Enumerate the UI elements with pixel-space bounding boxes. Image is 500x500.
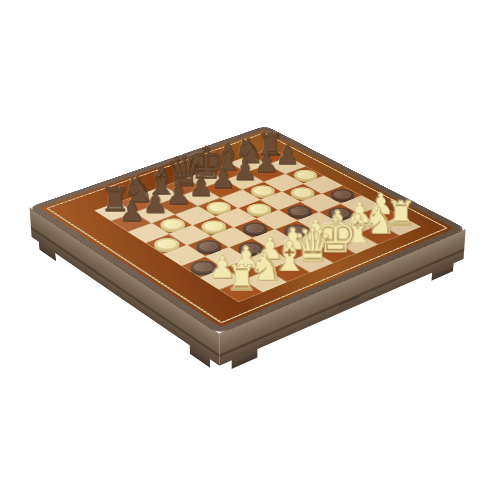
checker-disc-side [201,201,234,217]
square-h5[interactable] [303,176,342,194]
piece-dark-pawn[interactable]: ♟ [118,197,144,226]
scene: ♜♞♝♛♚♝♞♜♟♟♟♟♟♟♟♟♟♟♟♟♟♟♟♟♜♞♝♛♚♝♞♜ [0,0,500,500]
piece-dark-pawn[interactable]: ♟ [188,173,213,201]
square-b5[interactable] [169,225,210,245]
checker-cream-disc[interactable] [149,236,184,253]
checker-cream-disc[interactable] [285,185,318,200]
square-a1[interactable]: ♜ [219,280,263,302]
case-top-face: ♜♞♝♛♚♝♞♜♟♟♟♟♟♟♟♟♟♟♟♟♟♟♟♟♜♞♝♛♚♝♞♜ [30,126,466,333]
checker-disc-top [149,236,184,253]
piece-cream-rook[interactable]: ♜ [224,259,257,296]
square-c5[interactable] [193,217,234,236]
case-foot [232,349,258,369]
square-a6[interactable] [128,223,169,243]
checker-disc-top [155,216,189,232]
chess-set-case: ♜♞♝♛♚♝♞♜♟♟♟♟♟♟♟♟♟♟♟♟♟♟♟♟♜♞♝♛♚♝♞♜ [30,126,466,333]
square-a7[interactable]: ♟ [111,213,152,232]
case-foot [431,263,453,280]
piece-dark-pawn[interactable]: ♟ [165,181,191,210]
piece-dark-pawn[interactable]: ♟ [142,189,168,218]
square-a5[interactable] [145,234,187,254]
board-wood-frame: ♜♞♝♛♚♝♞♜♟♟♟♟♟♟♟♟♟♟♟♟♟♟♟♟♜♞♝♛♚♝♞♜ [41,130,455,326]
checker-disc-top [242,201,275,217]
product-photo: ♜♞♝♛♚♝♞♜♟♟♟♟♟♟♟♟♟♟♟♟♟♟♟♟♜♞♝♛♚♝♞♜ [0,0,500,500]
checker-disc-side [155,218,189,234]
square-a4[interactable] [163,245,205,266]
piece-dark-pawn[interactable]: ♟ [210,165,235,193]
square-b6[interactable] [152,215,193,234]
checker-cream-disc[interactable] [242,201,275,217]
checker-cream-disc[interactable] [155,216,189,232]
checker-disc-top [285,185,318,200]
